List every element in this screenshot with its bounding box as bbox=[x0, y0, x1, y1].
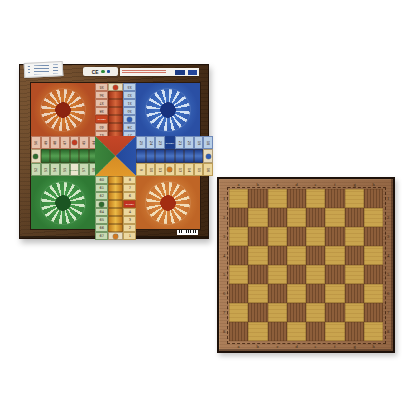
parchis-cell-62: 62 bbox=[95, 192, 108, 200]
product-photo: CE 353433363237313830SALIDA2940284127422… bbox=[0, 0, 420, 420]
parchis-home-blue bbox=[165, 149, 175, 163]
cell-number: 4 bbox=[128, 210, 130, 214]
chess-square-f4 bbox=[325, 246, 344, 265]
cell-number: 13 bbox=[178, 167, 182, 172]
parchis-cell-11: 11 bbox=[155, 163, 165, 176]
coord-label-d: d bbox=[289, 180, 303, 188]
seguro-dot bbox=[33, 154, 38, 159]
coord-label-c: c bbox=[270, 342, 284, 350]
chess-square-c7 bbox=[268, 303, 287, 322]
cell-number: 62 bbox=[99, 194, 104, 198]
coord-label-h: h bbox=[366, 180, 380, 188]
parchis-cell-56: SALIDA bbox=[70, 163, 80, 176]
coord-label-4: 4 bbox=[220, 248, 228, 262]
parchis-home-red bbox=[108, 115, 123, 123]
coord-label-a: a bbox=[231, 342, 245, 350]
parchis-home-red bbox=[108, 107, 123, 115]
parchis-cell-14: 14 bbox=[184, 163, 194, 176]
parchis-cell-1: 1 bbox=[123, 232, 136, 240]
parchis-arm-left: 50494847464544435152535455SALIDA575859 bbox=[31, 136, 95, 176]
parchis-home-green bbox=[79, 149, 89, 163]
parchis-home-yellow bbox=[108, 192, 123, 200]
cell-number: 24 bbox=[149, 140, 153, 145]
cell-number: 8 bbox=[128, 178, 130, 182]
cell-number: 48 bbox=[53, 140, 57, 145]
cell-number: 57 bbox=[82, 167, 86, 172]
parchis-cell-23: 23 bbox=[155, 136, 165, 149]
chess-square-a6 bbox=[229, 284, 248, 303]
chess-square-c8 bbox=[268, 322, 287, 341]
coord-label-h: h bbox=[366, 342, 380, 350]
cell-number: 20 bbox=[187, 140, 191, 145]
cell-number: 53 bbox=[44, 167, 48, 172]
cell-number: 52 bbox=[34, 167, 38, 172]
parchis-cell-3: 3 bbox=[123, 216, 136, 224]
parchis-cell-40: 40 bbox=[95, 123, 108, 131]
parchis-cell-51: 51 bbox=[31, 149, 41, 163]
parchis-cell-18: 18 bbox=[203, 136, 213, 149]
chess-square-e5 bbox=[306, 265, 325, 284]
parchis-cell-16: 16 bbox=[203, 163, 213, 176]
parchis-cell-19: 19 bbox=[194, 136, 204, 149]
parchis-cell-68: 68 bbox=[108, 232, 123, 240]
sunburst-blue bbox=[146, 89, 190, 131]
cell-number: 55 bbox=[63, 167, 67, 172]
parchis-home-blue bbox=[155, 149, 165, 163]
parchis-cell-31: 31 bbox=[123, 99, 136, 107]
chess-square-d2 bbox=[287, 208, 306, 227]
cell-number: 54 bbox=[53, 167, 57, 172]
coord-label-2: 2 bbox=[384, 210, 392, 224]
parchis-cell-61: 61 bbox=[95, 184, 108, 192]
salida-label-22: SALIDA bbox=[166, 141, 174, 144]
coord-label-d: d bbox=[289, 342, 303, 350]
parchis-home-yellow bbox=[108, 176, 123, 184]
cell-number: 18 bbox=[207, 140, 211, 145]
cell-number: 23 bbox=[158, 140, 162, 145]
chess-square-d3 bbox=[287, 227, 306, 246]
chess-square-a7 bbox=[229, 303, 248, 322]
coord-label-e: e bbox=[308, 342, 322, 350]
cell-number: 38 bbox=[99, 109, 104, 113]
chess-square-g8 bbox=[345, 322, 364, 341]
coord-label-2: 2 bbox=[220, 210, 228, 224]
sunburst-orange bbox=[146, 182, 190, 224]
cell-number: 30 bbox=[127, 109, 132, 113]
parchis-cell-7: 7 bbox=[123, 184, 136, 192]
chess-square-b8 bbox=[248, 322, 267, 341]
chess-square-g6 bbox=[345, 284, 364, 303]
cell-number: 49 bbox=[44, 140, 48, 145]
seguro-dot bbox=[72, 140, 77, 145]
cell-number: 60 bbox=[99, 178, 104, 182]
parchis-cell-12: 12 bbox=[165, 163, 175, 176]
parchis-arm-bottom: 60861762663SALIDA64465366267681 bbox=[95, 176, 136, 229]
chess-square-f3 bbox=[325, 227, 344, 246]
coord-label-c: c bbox=[270, 180, 284, 188]
cell-number: 28 bbox=[127, 125, 132, 129]
parchis-home-green bbox=[50, 149, 60, 163]
cell-number: 10 bbox=[149, 167, 153, 172]
cell-number: 35 bbox=[99, 85, 104, 89]
coord-label-1: 1 bbox=[384, 191, 392, 205]
parchis-arm-right: 252423SALIDA2120191817910111213141516 bbox=[136, 136, 200, 176]
chess-square-d8 bbox=[287, 322, 306, 341]
chess-square-g5 bbox=[345, 265, 364, 284]
parchis-cell-35: 35 bbox=[95, 83, 108, 91]
parchis-cell-4: 4 bbox=[123, 208, 136, 216]
parchis-cell-49: 49 bbox=[41, 136, 51, 149]
chess-square-g3 bbox=[345, 227, 364, 246]
coord-label-5: 5 bbox=[220, 267, 228, 281]
parchis-cell-60: 60 bbox=[95, 176, 108, 184]
parchis-cell-63: 63 bbox=[95, 200, 108, 208]
parchis-arm-top: 353433363237313830SALIDA29402841274226 bbox=[95, 83, 136, 136]
cell-number: 2 bbox=[128, 226, 130, 230]
coord-label-7: 7 bbox=[384, 305, 392, 319]
chess-square-e4 bbox=[306, 246, 325, 265]
chess-square-a1 bbox=[229, 189, 248, 208]
parchis-cell-46: 46 bbox=[70, 136, 80, 149]
chess-square-f1 bbox=[325, 189, 344, 208]
parchis-home-yellow bbox=[108, 200, 123, 208]
coord-label-6: 6 bbox=[384, 286, 392, 300]
sticker-text-lines bbox=[28, 64, 58, 75]
parchis-home-blue bbox=[146, 149, 156, 163]
sunburst-green bbox=[41, 182, 85, 224]
chess-square-f6 bbox=[325, 284, 344, 303]
cell-number: 50 bbox=[34, 140, 38, 145]
chess-square-f5 bbox=[325, 265, 344, 284]
chess-square-c6 bbox=[268, 284, 287, 303]
parchis-cell-6: 6 bbox=[123, 192, 136, 200]
corner-sticker bbox=[24, 61, 64, 78]
chess-square-e6 bbox=[306, 284, 325, 303]
seguro-dot bbox=[99, 202, 104, 207]
ce-mark-text: CE bbox=[92, 69, 99, 74]
parchis-cell-32: 32 bbox=[123, 91, 136, 99]
chess-square-c2 bbox=[268, 208, 287, 227]
parchis-cell-8: 8 bbox=[123, 176, 136, 184]
strip-red-text-lines bbox=[122, 70, 166, 74]
parchis-cell-66: 66 bbox=[95, 224, 108, 232]
cell-number: 61 bbox=[99, 186, 104, 190]
cell-number: 67 bbox=[99, 234, 104, 238]
cell-number: 14 bbox=[187, 167, 191, 172]
chess-square-b3 bbox=[248, 227, 267, 246]
chess-square-c5 bbox=[268, 265, 287, 284]
parchis-quadrant-orange bbox=[136, 176, 200, 229]
chess-square-b1 bbox=[248, 189, 267, 208]
cell-number: 37 bbox=[99, 101, 104, 105]
cell-number: 21 bbox=[178, 140, 182, 145]
chess-files-top: abcdefgh bbox=[229, 179, 383, 189]
coord-label-7: 7 bbox=[220, 305, 228, 319]
strip-blue-block bbox=[175, 70, 185, 75]
seguro-dot bbox=[206, 154, 211, 159]
chess-square-b4 bbox=[248, 246, 267, 265]
chess-square-e8 bbox=[306, 322, 325, 341]
chess-square-f7 bbox=[325, 303, 344, 322]
seguro-dot bbox=[127, 117, 132, 122]
parchis-home-green bbox=[41, 149, 51, 163]
parchis-home-yellow bbox=[108, 208, 123, 216]
parchis-home-yellow bbox=[108, 224, 123, 232]
parchis-cell-67: 67 bbox=[95, 232, 108, 240]
coord-label-5: 5 bbox=[384, 267, 392, 281]
parchis-cell-34: 34 bbox=[108, 83, 123, 91]
chess-square-h5 bbox=[364, 265, 383, 284]
cell-number: 25 bbox=[139, 140, 143, 145]
coord-label-6: 6 bbox=[220, 286, 228, 300]
parchis-quadrant-blue bbox=[136, 83, 200, 136]
coord-label-g: g bbox=[347, 342, 361, 350]
cell-number: 19 bbox=[197, 140, 201, 145]
cell-number: 7 bbox=[128, 186, 130, 190]
chess-square-h6 bbox=[364, 284, 383, 303]
chess-square-e7 bbox=[306, 303, 325, 322]
parchis-cell-50: 50 bbox=[31, 136, 41, 149]
chess-square-f8 bbox=[325, 322, 344, 341]
chess-board: abcdefgh abcdefgh 12345678 12345678 bbox=[217, 177, 395, 353]
chess-square-d5 bbox=[287, 265, 306, 284]
coord-label-a: a bbox=[231, 180, 245, 188]
cell-number: 66 bbox=[99, 226, 104, 230]
cell-number: 6 bbox=[128, 194, 130, 198]
parchis-cell-47: 47 bbox=[60, 136, 70, 149]
chess-square-e2 bbox=[306, 208, 325, 227]
chess-square-b5 bbox=[248, 265, 267, 284]
coord-label-e: e bbox=[308, 180, 322, 188]
parchis-cell-28: 28 bbox=[123, 123, 136, 131]
seguro-dot bbox=[113, 234, 118, 239]
chess-square-a8 bbox=[229, 322, 248, 341]
parchis-cell-64: 64 bbox=[95, 208, 108, 216]
chess-square-d4 bbox=[287, 246, 306, 265]
salida-label-56: SALIDA bbox=[70, 168, 78, 171]
chess-square-g4 bbox=[345, 246, 364, 265]
parchis-cell-22: SALIDA bbox=[165, 136, 175, 149]
parchis-cell-5: SALIDA bbox=[123, 200, 136, 208]
parchis-home-green bbox=[70, 149, 80, 163]
parchis-home-yellow bbox=[108, 184, 123, 192]
green-logo-icon bbox=[101, 70, 105, 74]
chess-square-g7 bbox=[345, 303, 364, 322]
chess-square-c3 bbox=[268, 227, 287, 246]
parchis-home-red bbox=[108, 91, 123, 99]
coord-label-8: 8 bbox=[384, 324, 392, 338]
chess-square-f2 bbox=[325, 208, 344, 227]
cell-number: 1 bbox=[128, 234, 130, 238]
parchis-cell-52: 52 bbox=[31, 163, 41, 176]
parchis-center-goal bbox=[95, 136, 136, 176]
chess-square-b2 bbox=[248, 208, 267, 227]
chess-square-a4 bbox=[229, 246, 248, 265]
chess-square-a3 bbox=[229, 227, 248, 246]
parchis-cell-39: SALIDA bbox=[95, 115, 108, 123]
chess-square-h8 bbox=[364, 322, 383, 341]
sunburst-red bbox=[41, 89, 85, 131]
chess-square-c4 bbox=[268, 246, 287, 265]
cell-number: 9 bbox=[139, 168, 143, 170]
parchis-home-green bbox=[60, 149, 70, 163]
parchis-cell-20: 20 bbox=[184, 136, 194, 149]
coord-label-f: f bbox=[328, 342, 342, 350]
chess-square-h1 bbox=[364, 189, 383, 208]
parchis-surface: 353433363237313830SALIDA29402841274226 6… bbox=[30, 82, 201, 230]
parchis-cell-29: 29 bbox=[123, 115, 136, 123]
parchis-cell-21: 21 bbox=[175, 136, 185, 149]
coord-label-f: f bbox=[328, 180, 342, 188]
chess-ranks-right: 12345678 bbox=[383, 189, 393, 341]
chess-square-e1 bbox=[306, 189, 325, 208]
parchis-cell-45: 45 bbox=[79, 136, 89, 149]
chess-square-h7 bbox=[364, 303, 383, 322]
coord-label-b: b bbox=[251, 180, 265, 188]
chess-square-h3 bbox=[364, 227, 383, 246]
cell-number: 3 bbox=[128, 218, 130, 222]
parchis-home-red bbox=[108, 99, 123, 107]
coord-label-4: 4 bbox=[384, 248, 392, 262]
parchis-cell-37: 37 bbox=[95, 99, 108, 107]
parchis-home-blue bbox=[175, 149, 185, 163]
chess-square-g2 bbox=[345, 208, 364, 227]
parchis-cell-54: 54 bbox=[50, 163, 60, 176]
parchis-cell-36: 36 bbox=[95, 91, 108, 99]
parchis-cell-30: 30 bbox=[123, 107, 136, 115]
chess-files-bottom: abcdefgh bbox=[229, 341, 383, 351]
seguro-dot bbox=[113, 85, 118, 90]
chess-square-c1 bbox=[268, 189, 287, 208]
chess-square-d1 bbox=[287, 189, 306, 208]
cell-number: 11 bbox=[158, 167, 162, 172]
coord-label-8: 8 bbox=[220, 324, 228, 338]
cell-number: 64 bbox=[99, 210, 104, 214]
parchis-cell-17: 17 bbox=[203, 149, 213, 163]
salida-label-5: SALIDA bbox=[125, 203, 133, 206]
parchis-cell-55: 55 bbox=[60, 163, 70, 176]
parchis-cell-25: 25 bbox=[136, 136, 146, 149]
cell-number: 36 bbox=[99, 93, 104, 97]
cell-number: 47 bbox=[63, 140, 67, 145]
cell-number: 15 bbox=[197, 167, 201, 172]
chess-ranks-left: 12345678 bbox=[219, 189, 229, 341]
parchis-cell-15: 15 bbox=[194, 163, 204, 176]
parchis-cell-13: 13 bbox=[175, 163, 185, 176]
parchis-home-blue bbox=[184, 149, 194, 163]
coord-label-g: g bbox=[347, 180, 361, 188]
chess-square-e3 bbox=[306, 227, 325, 246]
parchis-board: CE 353433363237313830SALIDA2940284127422… bbox=[19, 64, 209, 239]
chess-square-h2 bbox=[364, 208, 383, 227]
parchis-cell-53: 53 bbox=[41, 163, 51, 176]
parchis-home-red bbox=[108, 123, 123, 131]
parchis-quadrant-red bbox=[31, 83, 95, 136]
chess-square-d6 bbox=[287, 284, 306, 303]
parchis-cell-24: 24 bbox=[146, 136, 156, 149]
cell-number: 33 bbox=[127, 85, 132, 89]
chess-square-d7 bbox=[287, 303, 306, 322]
parchis-cell-57: 57 bbox=[79, 163, 89, 176]
coord-label-b: b bbox=[251, 342, 265, 350]
parchis-cell-65: 65 bbox=[95, 216, 108, 224]
chess-square-a5 bbox=[229, 265, 248, 284]
parchis-cell-2: 2 bbox=[123, 224, 136, 232]
blue-logo-icon bbox=[107, 70, 111, 74]
parchis-cell-33: 33 bbox=[123, 83, 136, 91]
cell-number: 65 bbox=[99, 218, 104, 222]
chess-square-b6 bbox=[248, 284, 267, 303]
cell-number: 16 bbox=[207, 167, 211, 172]
parchis-home-blue bbox=[136, 149, 146, 163]
chess-square-b7 bbox=[248, 303, 267, 322]
ce-mark-label: CE bbox=[83, 67, 118, 76]
cell-number: 31 bbox=[127, 101, 132, 105]
parchis-home-yellow bbox=[108, 216, 123, 224]
info-strip-label bbox=[120, 68, 199, 76]
parchis-quadrant-green bbox=[31, 176, 95, 229]
coord-label-1: 1 bbox=[220, 191, 228, 205]
chess-square-a2 bbox=[229, 208, 248, 227]
chess-grid bbox=[229, 189, 383, 341]
parchis-cell-38: 38 bbox=[95, 107, 108, 115]
parchis-home-blue bbox=[194, 149, 204, 163]
salida-label-39: SALIDA bbox=[97, 118, 105, 121]
parchis-cell-10: 10 bbox=[146, 163, 156, 176]
chess-square-h4 bbox=[364, 246, 383, 265]
parchis-cell-48: 48 bbox=[50, 136, 60, 149]
cell-number: 45 bbox=[82, 140, 86, 145]
parchis-cell-9: 9 bbox=[136, 163, 146, 176]
cell-number: 32 bbox=[127, 93, 132, 97]
chess-square-g1 bbox=[345, 189, 364, 208]
coord-label-3: 3 bbox=[220, 229, 228, 243]
cell-number: 40 bbox=[99, 125, 104, 129]
strip-blue-block bbox=[188, 70, 197, 75]
coord-label-3: 3 bbox=[384, 229, 392, 243]
